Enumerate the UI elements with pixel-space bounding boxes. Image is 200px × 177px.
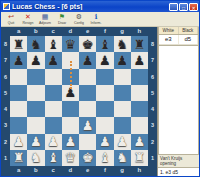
rank-label-8: 8 [1,36,10,52]
file-label-f: f [96,27,113,36]
square-a3[interactable] [10,117,27,133]
moves-col-white: White [159,27,179,34]
square-f3[interactable] [96,117,113,133]
opening-name-label: Van't Kruijs opening [158,155,199,167]
square-g8[interactable]: ♞ [114,36,131,52]
file-label-e: e [79,166,96,176]
square-f8[interactable]: ♝ [96,36,113,52]
close-button[interactable]: ✕ [189,3,198,11]
bP-piece[interactable]: ♟ [82,54,94,67]
square-b3[interactable] [27,117,44,133]
maximize-button[interactable]: □ [179,3,188,11]
square-f6[interactable] [96,69,113,85]
toolbar: ↩Quit✕Resign▦Adjourn⚑Draw⚙ConfigℹInform. [1,12,199,27]
square-a7[interactable]: ♟ [10,52,27,68]
square-h6[interactable] [131,69,148,85]
moves-table-header: WhiteBlack [159,27,198,35]
board-squares: ♜♞♝♛♚♝♞♜♟♟♟♟♟♟♟♟♟♟♟♟♟♟♟♟♜♞♝♛♚♝♞♜ [10,36,148,166]
wP-piece[interactable]: ♟ [47,135,59,148]
rank-label-6: 6 [1,69,10,85]
wP-piece[interactable]: ♟ [13,135,25,148]
toolbar-item-label: Config [74,21,84,25]
rank-label-7: 7 [1,52,10,68]
wK-piece[interactable]: ♚ [82,151,94,164]
resign-icon: ✕ [25,13,31,21]
app-icon [3,3,10,10]
moves-table: WhiteBlack e3d5 [158,27,199,46]
square-a1[interactable]: ♜ [10,150,27,166]
square-d1[interactable]: ♛ [62,150,79,166]
app-window: Lucas Chess - [6 pts] _ □ ✕ ↩Quit✕Resign… [0,0,200,177]
rank-labels-left: 87654321 [1,36,10,166]
moves-list-body[interactable] [158,46,199,155]
square-h1[interactable]: ♜ [131,150,148,166]
square-b8[interactable]: ♞ [27,36,44,52]
square-g5[interactable] [114,85,131,101]
square-g6[interactable] [114,69,131,85]
square-a8[interactable]: ♜ [10,36,27,52]
wP-piece[interactable]: ♟ [99,135,111,148]
square-f7[interactable]: ♟ [96,52,113,68]
square-c6[interactable] [45,69,62,85]
square-b1[interactable]: ♞ [27,150,44,166]
file-label-b: b [27,166,44,176]
wN-piece[interactable]: ♞ [30,151,42,164]
rank-label-1: 1 [148,150,157,166]
square-f4[interactable] [96,101,113,117]
square-c7[interactable]: ♟ [45,52,62,68]
rank-label-5: 5 [148,85,157,101]
wB-piece[interactable]: ♝ [99,151,111,164]
window-title: Lucas Chess - [6 pts] [12,3,169,10]
rank-label-6: 6 [148,69,157,85]
wP-piece[interactable]: ♟ [30,135,42,148]
file-label-g: g [114,166,131,176]
rank-label-4: 4 [1,101,10,117]
rank-labels-right: 87654321 [148,36,157,166]
bP-piece[interactable]: ♟ [99,54,111,67]
adjourn-button[interactable]: ▦Adjourn [38,13,52,25]
square-a2[interactable]: ♟ [10,134,27,150]
toolbar-item-label: Quit [8,21,14,25]
square-a4[interactable] [10,101,27,117]
square-d2[interactable]: ♟ [62,134,79,150]
wP-piece[interactable]: ♟ [116,135,128,148]
square-h4[interactable] [131,101,148,117]
bR-piece[interactable]: ♜ [134,38,146,51]
information-icon: ℹ [95,13,98,21]
chess-board: abcdefgh 87654321 ♜♞♝♛♚♝♞♜♟♟♟♟♟♟♟♟♟♟♟♟♟♟… [1,27,158,176]
square-d8[interactable]: ♛ [62,36,79,52]
square-c5[interactable] [45,85,62,101]
inform-button[interactable]: ℹInform. [89,13,103,25]
square-c1[interactable]: ♝ [45,150,62,166]
square-e7[interactable]: ♟ [79,52,96,68]
square-e2[interactable] [79,134,96,150]
rank-label-1: 1 [1,150,10,166]
status-area: Van't Kruijs opening 1. e3 d5 [158,155,199,176]
file-label-c: c [45,166,62,176]
bK-piece[interactable]: ♚ [82,38,94,51]
bR-piece[interactable]: ♜ [13,38,25,51]
config-icon: ⚙ [76,13,82,21]
rank-label-3: 3 [1,117,10,133]
wQ-piece[interactable]: ♛ [65,151,77,164]
title-bar: Lucas Chess - [6 pts] _ □ ✕ [1,1,199,12]
square-e1[interactable]: ♚ [79,150,96,166]
square-g4[interactable] [114,101,131,117]
bQ-piece[interactable]: ♛ [65,38,77,51]
bP-piece[interactable]: ♟ [134,54,146,67]
move-cell[interactable]: d5 [179,35,199,44]
square-h3[interactable] [131,117,148,133]
rank-label-4: 4 [148,101,157,117]
wR-piece[interactable]: ♜ [13,151,25,164]
square-a6[interactable] [10,69,27,85]
square-b7[interactable]: ♟ [27,52,44,68]
file-label-f: f [96,166,113,176]
square-e4[interactable] [79,101,96,117]
square-f5[interactable] [96,85,113,101]
square-d4[interactable] [62,101,79,117]
moves-text-label: 1. e3 d5 [158,167,199,176]
square-g3[interactable] [114,117,131,133]
toolbar-item-label: Draw [58,21,66,25]
file-label-a: a [10,166,27,176]
quit-button[interactable]: ↩Quit [4,13,18,25]
square-h7[interactable]: ♟ [131,52,148,68]
file-label-a: a [10,27,27,36]
file-labels-bottom: abcdefgh [1,166,157,176]
square-e5[interactable] [79,85,96,101]
bP-piece[interactable]: ♟ [30,54,42,67]
file-label-c: c [45,27,62,36]
square-h8[interactable]: ♜ [131,36,148,52]
bB-piece[interactable]: ♝ [99,38,111,51]
square-f1[interactable]: ♝ [96,150,113,166]
rank-label-3: 3 [148,117,157,133]
square-c2[interactable]: ♟ [45,134,62,150]
file-label-d: d [62,27,79,36]
file-label-g: g [114,27,131,36]
quit-icon: ↩ [8,13,14,21]
square-c4[interactable] [45,101,62,117]
moves-panel: WhiteBlack e3d5 Van't Kruijs opening 1. … [158,27,199,176]
file-label-h: h [131,166,148,176]
draw-icon: ⚑ [59,13,65,21]
wN-piece[interactable]: ♞ [116,151,128,164]
wP-piece[interactable]: ♟ [82,119,94,132]
bN-piece[interactable]: ♞ [30,38,42,51]
wP-piece[interactable]: ♟ [65,135,77,148]
square-f2[interactable]: ♟ [96,134,113,150]
toolbar-item-label: Adjourn [39,21,51,25]
toolbar-item-label: Inform. [91,21,102,25]
rank-label-7: 7 [148,52,157,68]
moves-col-black: Black [179,27,199,34]
bB-piece[interactable]: ♝ [47,38,59,51]
square-e8[interactable]: ♚ [79,36,96,52]
bP-piece[interactable]: ♟ [47,54,59,67]
minimize-button[interactable]: _ [169,3,178,11]
file-label-h: h [131,27,148,36]
rank-label-5: 5 [1,85,10,101]
square-b4[interactable] [27,101,44,117]
square-g1[interactable]: ♞ [114,150,131,166]
wB-piece[interactable]: ♝ [47,151,59,164]
square-g7[interactable]: ♟ [114,52,131,68]
square-g2[interactable]: ♟ [114,134,131,150]
rank-label-2: 2 [148,134,157,150]
square-a5[interactable] [10,85,27,101]
bN-piece[interactable]: ♞ [116,38,128,51]
file-labels-top: abcdefgh [1,27,157,36]
square-b2[interactable]: ♟ [27,134,44,150]
square-b5[interactable] [27,85,44,101]
rank-label-8: 8 [148,36,157,52]
square-e3[interactable]: ♟ [79,117,96,133]
adjourn-icon: ▦ [42,13,49,21]
bP-piece[interactable]: ♟ [116,54,128,67]
file-label-b: b [27,27,44,36]
square-e6[interactable] [79,69,96,85]
rank-label-2: 2 [1,134,10,150]
draw-button[interactable]: ⚑Draw [55,13,69,25]
move-cell[interactable]: e3 [159,35,179,44]
square-h2[interactable]: ♟ [131,134,148,150]
file-label-e: e [79,27,96,36]
last-move-indicator [70,61,72,90]
square-d3[interactable] [62,117,79,133]
move-row: e3d5 [159,35,198,45]
square-c8[interactable]: ♝ [45,36,62,52]
toolbar-item-label: Resign [23,21,34,25]
square-c3[interactable] [45,117,62,133]
resign-button[interactable]: ✕Resign [21,13,35,25]
wR-piece[interactable]: ♜ [134,151,146,164]
square-h5[interactable] [131,85,148,101]
square-b6[interactable] [27,69,44,85]
file-label-d: d [62,166,79,176]
bP-piece[interactable]: ♟ [13,54,25,67]
config-button[interactable]: ⚙Config [72,13,86,25]
wP-piece[interactable]: ♟ [134,135,146,148]
